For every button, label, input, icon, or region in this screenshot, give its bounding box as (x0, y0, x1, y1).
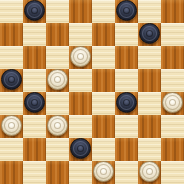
white-checker-c3[interactable] (47, 115, 68, 136)
white-checker-h4[interactable] (162, 92, 183, 113)
white-checker-c5[interactable] (47, 69, 68, 90)
square-h7 (161, 23, 184, 46)
square-g1[interactable] (138, 161, 161, 184)
square-d6[interactable] (69, 46, 92, 69)
square-f3 (115, 115, 138, 138)
square-c5[interactable] (46, 69, 69, 92)
square-d2[interactable] (69, 138, 92, 161)
square-e1[interactable] (92, 161, 115, 184)
square-b5 (23, 69, 46, 92)
square-g8 (138, 0, 161, 23)
square-b3 (23, 115, 46, 138)
square-f1 (115, 161, 138, 184)
square-f2[interactable] (115, 138, 138, 161)
square-a5[interactable] (0, 69, 23, 92)
square-h2[interactable] (161, 138, 184, 161)
square-c4 (46, 92, 69, 115)
square-a4 (0, 92, 23, 115)
black-checker-d2[interactable] (70, 138, 91, 159)
square-a2 (0, 138, 23, 161)
square-f4[interactable] (115, 92, 138, 115)
square-c6 (46, 46, 69, 69)
black-checker-g7[interactable] (139, 23, 160, 44)
square-d3 (69, 115, 92, 138)
square-e3[interactable] (92, 115, 115, 138)
square-b8[interactable] (23, 0, 46, 23)
square-e6 (92, 46, 115, 69)
square-e8 (92, 0, 115, 23)
square-h4[interactable] (161, 92, 184, 115)
square-f8[interactable] (115, 0, 138, 23)
square-c2 (46, 138, 69, 161)
square-h5 (161, 69, 184, 92)
white-checker-g1[interactable] (139, 161, 160, 182)
square-g3[interactable] (138, 115, 161, 138)
square-b4[interactable] (23, 92, 46, 115)
square-f6[interactable] (115, 46, 138, 69)
square-b1 (23, 161, 46, 184)
square-d8[interactable] (69, 0, 92, 23)
white-checker-d6[interactable] (70, 46, 91, 67)
white-checker-e1[interactable] (93, 161, 114, 182)
square-c8 (46, 0, 69, 23)
white-checker-a3[interactable] (1, 115, 22, 136)
square-e5[interactable] (92, 69, 115, 92)
square-h6[interactable] (161, 46, 184, 69)
square-h1 (161, 161, 184, 184)
square-c7[interactable] (46, 23, 69, 46)
black-checker-b8[interactable] (24, 0, 45, 21)
board (0, 0, 184, 184)
black-checker-f8[interactable] (116, 0, 137, 21)
square-a6 (0, 46, 23, 69)
square-g2 (138, 138, 161, 161)
square-f5 (115, 69, 138, 92)
square-d7 (69, 23, 92, 46)
square-g7[interactable] (138, 23, 161, 46)
square-h8[interactable] (161, 0, 184, 23)
square-b2[interactable] (23, 138, 46, 161)
square-f7 (115, 23, 138, 46)
square-g6 (138, 46, 161, 69)
square-d1 (69, 161, 92, 184)
square-d4[interactable] (69, 92, 92, 115)
square-h3 (161, 115, 184, 138)
square-b6[interactable] (23, 46, 46, 69)
square-d5 (69, 69, 92, 92)
square-c1[interactable] (46, 161, 69, 184)
square-c3[interactable] (46, 115, 69, 138)
square-e4 (92, 92, 115, 115)
square-a7[interactable] (0, 23, 23, 46)
square-b7 (23, 23, 46, 46)
square-a1[interactable] (0, 161, 23, 184)
square-g4 (138, 92, 161, 115)
square-g5[interactable] (138, 69, 161, 92)
square-e2 (92, 138, 115, 161)
square-a3[interactable] (0, 115, 23, 138)
square-a8 (0, 0, 23, 23)
black-checker-a5[interactable] (1, 69, 22, 90)
black-checker-f4[interactable] (116, 92, 137, 113)
square-e7[interactable] (92, 23, 115, 46)
black-checker-b4[interactable] (24, 92, 45, 113)
